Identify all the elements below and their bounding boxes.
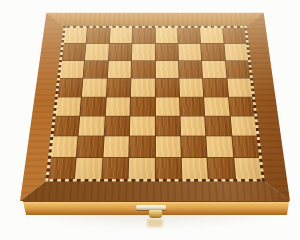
square[interactable] xyxy=(85,44,108,60)
square[interactable] xyxy=(155,97,179,116)
square[interactable] xyxy=(130,116,155,135)
square[interactable] xyxy=(179,61,203,78)
square[interactable] xyxy=(232,137,259,157)
square[interactable] xyxy=(82,79,107,97)
square[interactable] xyxy=(84,61,108,78)
square[interactable] xyxy=(75,158,102,179)
square[interactable] xyxy=(48,158,76,179)
square[interactable] xyxy=(202,61,226,78)
square[interactable] xyxy=(60,61,84,78)
square[interactable] xyxy=(106,97,131,116)
square[interactable] xyxy=(133,28,155,44)
square[interactable] xyxy=(208,158,235,179)
square[interactable] xyxy=(104,116,129,135)
square[interactable] xyxy=(64,28,87,44)
square[interactable] xyxy=(178,28,201,44)
square[interactable] xyxy=(132,61,155,78)
square[interactable] xyxy=(178,44,201,60)
square[interactable] xyxy=(226,61,250,78)
square[interactable] xyxy=(155,44,178,60)
square[interactable] xyxy=(110,28,133,44)
square[interactable] xyxy=(79,116,105,135)
square[interactable] xyxy=(182,158,208,179)
square[interactable] xyxy=(109,44,132,60)
square[interactable] xyxy=(229,97,255,116)
square[interactable] xyxy=(107,79,131,97)
square[interactable] xyxy=(87,28,110,44)
square[interactable] xyxy=(51,137,78,157)
square[interactable] xyxy=(108,61,132,78)
playing-area xyxy=(48,28,261,179)
square[interactable] xyxy=(53,116,79,135)
square[interactable] xyxy=(131,97,155,116)
square[interactable] xyxy=(129,137,154,157)
square[interactable] xyxy=(230,116,256,135)
square[interactable] xyxy=(205,116,231,135)
square[interactable] xyxy=(227,79,252,97)
square[interactable] xyxy=(155,28,177,44)
square[interactable] xyxy=(234,158,262,179)
latch-reflection xyxy=(147,219,163,227)
square[interactable] xyxy=(180,97,205,116)
square[interactable] xyxy=(132,44,155,60)
square[interactable] xyxy=(155,61,178,78)
square[interactable] xyxy=(129,158,155,179)
square[interactable] xyxy=(62,44,86,60)
square[interactable] xyxy=(201,44,224,60)
clasp-latch xyxy=(149,210,162,218)
square[interactable] xyxy=(56,97,82,116)
square[interactable] xyxy=(103,137,129,157)
square[interactable] xyxy=(200,28,223,44)
square[interactable] xyxy=(203,79,228,97)
chessboard xyxy=(20,13,290,201)
square[interactable] xyxy=(155,137,180,157)
square[interactable] xyxy=(58,79,83,97)
square[interactable] xyxy=(131,79,155,97)
square[interactable] xyxy=(155,79,179,97)
square[interactable] xyxy=(179,79,203,97)
square[interactable] xyxy=(204,97,229,116)
square[interactable] xyxy=(223,28,246,44)
square[interactable] xyxy=(81,97,106,116)
square[interactable] xyxy=(224,44,248,60)
chessboard-photo xyxy=(0,0,300,240)
board-frame-bottom xyxy=(20,179,290,201)
square[interactable] xyxy=(102,158,128,179)
square[interactable] xyxy=(181,137,207,157)
square[interactable] xyxy=(155,158,181,179)
square[interactable] xyxy=(155,116,180,135)
square[interactable] xyxy=(180,116,205,135)
square[interactable] xyxy=(207,137,233,157)
inlay-border-bottom xyxy=(45,179,264,181)
square[interactable] xyxy=(77,137,103,157)
